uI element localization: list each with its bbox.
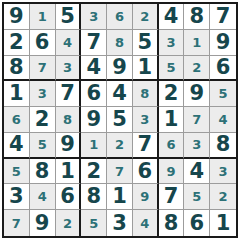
- cell-digit: 4: [86, 57, 101, 78]
- cell-digit: 7: [38, 61, 47, 74]
- cell-r6c5[interactable]: 2: [107, 133, 133, 159]
- cell-digit: 1: [216, 213, 231, 234]
- cell-r5c4[interactable]: 9: [81, 107, 107, 133]
- cell-digit: 4: [9, 134, 24, 155]
- cell-r5c5[interactable]: 5: [107, 107, 133, 133]
- cell-digit: 1: [112, 186, 127, 207]
- sudoku-board: 9153624872647853198734915261376482956289…: [2, 2, 238, 238]
- cell-r7c1[interactable]: 5: [4, 159, 30, 185]
- cell-r6c6[interactable]: 7: [133, 133, 159, 159]
- cell-digit: 6: [167, 138, 176, 151]
- cell-digit: 2: [86, 161, 101, 182]
- cell-r9c4[interactable]: 5: [81, 210, 107, 236]
- cell-digit: 4: [112, 83, 127, 104]
- cell-digit: 5: [38, 138, 47, 151]
- cell-r6c9[interactable]: 8: [210, 133, 236, 159]
- cell-r4c4[interactable]: 6: [81, 81, 107, 107]
- cell-r4c6[interactable]: 8: [133, 81, 159, 107]
- cell-r3c8[interactable]: 2: [184, 56, 210, 82]
- cell-r3c6[interactable]: 1: [133, 56, 159, 82]
- cell-digit: 4: [38, 190, 47, 203]
- cell-digit: 6: [115, 10, 124, 23]
- cell-r5c3[interactable]: 8: [56, 107, 82, 133]
- cell-digit: 8: [164, 213, 179, 234]
- cell-r7c8[interactable]: 4: [184, 159, 210, 185]
- cell-r1c2[interactable]: 1: [30, 4, 56, 30]
- cell-digit: 1: [164, 109, 179, 130]
- cell-r6c2[interactable]: 5: [30, 133, 56, 159]
- cell-r4c9[interactable]: 5: [210, 81, 236, 107]
- cell-r4c8[interactable]: 9: [184, 81, 210, 107]
- cell-digit: 8: [63, 113, 72, 126]
- cell-digit: 5: [192, 190, 201, 203]
- cell-r2c8[interactable]: 1: [184, 30, 210, 56]
- cell-r2c9[interactable]: 9: [210, 30, 236, 56]
- cell-r1c9[interactable]: 7: [210, 4, 236, 30]
- cell-digit: 3: [9, 186, 24, 207]
- cell-digit: 7: [137, 134, 152, 155]
- cell-r5c9[interactable]: 4: [210, 107, 236, 133]
- cell-r4c3[interactable]: 7: [56, 81, 82, 107]
- cell-r4c2[interactable]: 3: [30, 81, 56, 107]
- cell-digit: 5: [137, 32, 152, 53]
- cell-r8c6[interactable]: 9: [133, 184, 159, 210]
- cell-r3c7[interactable]: 5: [159, 56, 185, 82]
- cell-digit: 5: [167, 61, 176, 74]
- cell-digit: 1: [38, 10, 47, 23]
- cell-digit: 9: [140, 190, 149, 203]
- cell-r9c5[interactable]: 3: [107, 210, 133, 236]
- cell-digit: 3: [112, 213, 127, 234]
- cell-r8c3[interactable]: 6: [56, 184, 82, 210]
- cell-digit: 6: [12, 113, 21, 126]
- cell-digit: 3: [167, 36, 176, 49]
- cell-r9c3[interactable]: 2: [56, 210, 82, 236]
- cell-r2c6[interactable]: 5: [133, 30, 159, 56]
- cell-r6c8[interactable]: 3: [184, 133, 210, 159]
- cell-digit: 8: [115, 36, 124, 49]
- cell-digit: 7: [192, 113, 201, 126]
- cell-digit: 6: [35, 32, 50, 53]
- cell-r4c1[interactable]: 1: [4, 81, 30, 107]
- cell-r8c2[interactable]: 4: [30, 184, 56, 210]
- cell-digit: 8: [86, 186, 101, 207]
- cell-digit: 9: [9, 6, 24, 27]
- cell-digit: 7: [86, 32, 101, 53]
- cell-digit: 3: [89, 10, 98, 23]
- cell-digit: 6: [137, 161, 152, 182]
- cell-r5c7[interactable]: 1: [159, 107, 185, 133]
- cell-r1c6[interactable]: 2: [133, 4, 159, 30]
- cell-r6c4[interactable]: 1: [81, 133, 107, 159]
- cell-digit: 1: [137, 57, 152, 78]
- cell-r6c1[interactable]: 4: [4, 133, 30, 159]
- cell-digit: 7: [115, 165, 124, 178]
- cell-r9c8[interactable]: 6: [184, 210, 210, 236]
- cell-r3c3[interactable]: 3: [56, 56, 82, 82]
- cell-digit: 7: [216, 6, 231, 27]
- cell-r3c1[interactable]: 8: [4, 56, 30, 82]
- cell-r8c5[interactable]: 1: [107, 184, 133, 210]
- cell-r5c1[interactable]: 6: [4, 107, 30, 133]
- cell-digit: 2: [63, 217, 72, 230]
- cell-digit: 3: [38, 87, 47, 100]
- cell-digit: 6: [86, 83, 101, 104]
- cell-digit: 3: [63, 61, 72, 74]
- cell-digit: 8: [35, 161, 50, 182]
- cell-digit: 8: [9, 57, 24, 78]
- cell-r3c5[interactable]: 9: [107, 56, 133, 82]
- cell-r5c8[interactable]: 7: [184, 107, 210, 133]
- cell-digit: 4: [219, 113, 228, 126]
- cell-r2c7[interactable]: 3: [159, 30, 185, 56]
- cell-digit: 2: [219, 190, 228, 203]
- cell-digit: 2: [9, 32, 24, 53]
- cell-digit: 9: [60, 134, 75, 155]
- cell-digit: 2: [140, 10, 149, 23]
- cell-digit: 5: [89, 217, 98, 230]
- cell-r1c3[interactable]: 5: [56, 4, 82, 30]
- cell-r8c8[interactable]: 5: [184, 184, 210, 210]
- cell-r9c6[interactable]: 4: [133, 210, 159, 236]
- cell-digit: 9: [167, 165, 176, 178]
- cell-r2c3[interactable]: 4: [56, 30, 82, 56]
- cell-r7c3[interactable]: 1: [56, 159, 82, 185]
- cell-digit: 8: [190, 6, 205, 27]
- cell-r1c7[interactable]: 4: [159, 4, 185, 30]
- cell-digit: 9: [35, 213, 50, 234]
- cell-digit: 1: [9, 83, 24, 104]
- cell-digit: 8: [140, 87, 149, 100]
- cell-digit: 5: [112, 109, 127, 130]
- cell-digit: 2: [35, 109, 50, 130]
- cell-r1c8[interactable]: 8: [184, 4, 210, 30]
- cell-digit: 6: [216, 57, 231, 78]
- cell-r2c2[interactable]: 6: [30, 30, 56, 56]
- cell-digit: 1: [192, 36, 201, 49]
- cell-digit: 3: [192, 138, 201, 151]
- cell-r2c5[interactable]: 8: [107, 30, 133, 56]
- cell-digit: 3: [219, 165, 228, 178]
- cell-digit: 7: [164, 186, 179, 207]
- cell-digit: 2: [115, 138, 124, 151]
- cell-r3c4[interactable]: 4: [81, 56, 107, 82]
- cell-r8c1[interactable]: 3: [4, 184, 30, 210]
- cell-r5c6[interactable]: 3: [133, 107, 159, 133]
- cell-r1c4[interactable]: 3: [81, 4, 107, 30]
- cell-r7c5[interactable]: 7: [107, 159, 133, 185]
- cell-digit: 4: [164, 6, 179, 27]
- cell-digit: 7: [12, 217, 21, 230]
- cell-digit: 9: [190, 83, 205, 104]
- cell-digit: 7: [60, 83, 75, 104]
- cell-r6c3[interactable]: 9: [56, 133, 82, 159]
- cell-r8c9[interactable]: 2: [210, 184, 236, 210]
- cell-digit: 9: [216, 32, 231, 53]
- cell-digit: 5: [12, 165, 21, 178]
- cell-r7c7[interactable]: 9: [159, 159, 185, 185]
- cell-digit: 6: [190, 213, 205, 234]
- cell-digit: 4: [140, 217, 149, 230]
- cell-digit: 4: [63, 36, 72, 49]
- cell-r9c9[interactable]: 1: [210, 210, 236, 236]
- cell-r7c6[interactable]: 6: [133, 159, 159, 185]
- cell-r1c5[interactable]: 6: [107, 4, 133, 30]
- cell-r8c7[interactable]: 7: [159, 184, 185, 210]
- cell-digit: 3: [140, 113, 149, 126]
- cell-r2c1[interactable]: 2: [4, 30, 30, 56]
- cell-digit: 5: [60, 6, 75, 27]
- cell-r6c7[interactable]: 6: [159, 133, 185, 159]
- cell-r7c9[interactable]: 3: [210, 159, 236, 185]
- cell-digit: 9: [112, 57, 127, 78]
- cell-r1c1[interactable]: 9: [4, 4, 30, 30]
- cell-r5c2[interactable]: 2: [30, 107, 56, 133]
- cell-digit: 4: [190, 161, 205, 182]
- cell-digit: 9: [86, 109, 101, 130]
- cell-r7c4[interactable]: 2: [81, 159, 107, 185]
- cell-digit: 6: [60, 186, 75, 207]
- cell-r8c4[interactable]: 8: [81, 184, 107, 210]
- cell-r9c1[interactable]: 7: [4, 210, 30, 236]
- cell-digit: 1: [89, 138, 98, 151]
- cell-r9c2[interactable]: 9: [30, 210, 56, 236]
- cell-digit: 1: [60, 161, 75, 182]
- cell-r2c4[interactable]: 7: [81, 30, 107, 56]
- cell-r7c2[interactable]: 8: [30, 159, 56, 185]
- cell-digit: 2: [164, 83, 179, 104]
- cell-digit: 5: [219, 87, 228, 100]
- cell-r4c7[interactable]: 2: [159, 81, 185, 107]
- cell-digit: 8: [216, 134, 231, 155]
- cell-r9c7[interactable]: 8: [159, 210, 185, 236]
- cell-digit: 2: [192, 61, 201, 74]
- cell-r3c9[interactable]: 6: [210, 56, 236, 82]
- cell-r4c5[interactable]: 4: [107, 81, 133, 107]
- sudoku-board-wrap: 9153624872647853198734915261376482956289…: [2, 2, 238, 238]
- cell-r3c2[interactable]: 7: [30, 56, 56, 82]
